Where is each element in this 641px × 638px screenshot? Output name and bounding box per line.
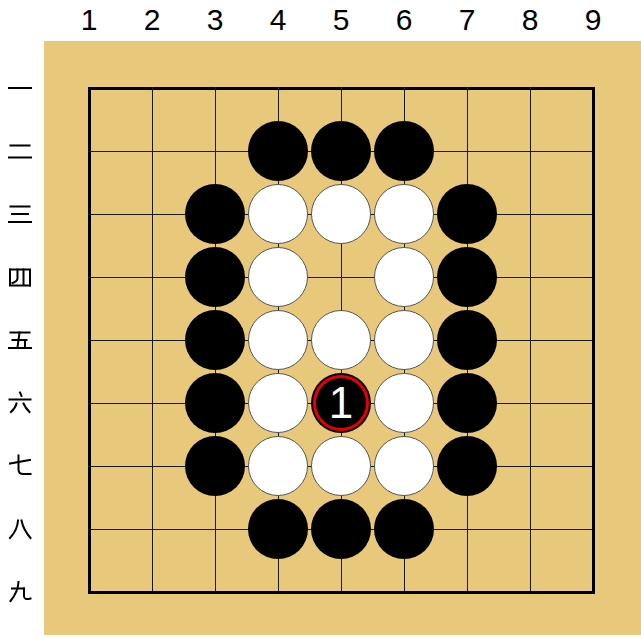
cjk-numeral-icon <box>7 264 33 290</box>
white-stone <box>374 310 434 370</box>
white-stone <box>311 184 371 244</box>
grid-lines: 1 <box>89 88 593 592</box>
white-stone <box>248 310 308 370</box>
column-label-3: 3 <box>193 3 237 37</box>
black-stone <box>185 373 245 433</box>
move-number-label: 1 <box>329 381 353 425</box>
row-label-9 <box>7 579 33 605</box>
row-label-3 <box>7 201 33 227</box>
row-label-8 <box>7 516 33 542</box>
white-stone <box>374 247 434 307</box>
go-problem-page: { "game": "go", "board_size": 9, "diagra… <box>0 0 641 638</box>
column-label-7: 7 <box>445 3 489 37</box>
cjk-numeral-icon <box>7 579 33 605</box>
black-stone <box>248 499 308 559</box>
column-label-4: 4 <box>256 3 300 37</box>
cjk-numeral-icon <box>7 390 33 416</box>
black-stone <box>185 184 245 244</box>
column-label-6: 6 <box>382 3 426 37</box>
black-stone <box>437 247 497 307</box>
cjk-numeral-icon <box>7 138 33 164</box>
black-stone <box>185 436 245 496</box>
cjk-numeral-icon <box>7 201 33 227</box>
white-stone <box>374 436 434 496</box>
row-label-4 <box>7 264 33 290</box>
white-stone <box>248 436 308 496</box>
black-stone <box>374 499 434 559</box>
white-stone <box>248 247 308 307</box>
cjk-numeral-icon <box>7 453 33 479</box>
black-stone <box>248 121 308 181</box>
row-label-1 <box>7 75 33 101</box>
white-stone <box>248 184 308 244</box>
black-stone <box>437 373 497 433</box>
cjk-numeral-icon <box>7 75 33 101</box>
grid-horizontal-line <box>88 591 595 594</box>
cjk-numeral-icon <box>7 516 33 542</box>
black-stone <box>311 121 371 181</box>
white-stone <box>374 184 434 244</box>
row-label-2 <box>7 138 33 164</box>
black-stone <box>185 247 245 307</box>
row-label-7 <box>7 453 33 479</box>
black-stone <box>437 436 497 496</box>
column-label-1: 1 <box>67 3 111 37</box>
black-stone <box>437 184 497 244</box>
white-stone <box>311 436 371 496</box>
white-stone <box>311 310 371 370</box>
column-label-8: 8 <box>508 3 552 37</box>
white-stone <box>374 373 434 433</box>
column-label-9: 9 <box>571 3 615 37</box>
black-stone <box>185 310 245 370</box>
black-stone <box>311 499 371 559</box>
grid-vertical-line <box>592 87 595 594</box>
black-stone <box>437 310 497 370</box>
column-label-5: 5 <box>319 3 363 37</box>
black-stone <box>374 121 434 181</box>
marked-black-stone-move-1: 1 <box>311 373 371 433</box>
row-label-6 <box>7 390 33 416</box>
grid-vertical-line <box>530 87 531 594</box>
white-stone <box>248 373 308 433</box>
row-label-5 <box>7 327 33 353</box>
goban-board[interactable]: 1 <box>44 41 641 635</box>
column-label-2: 2 <box>130 3 174 37</box>
cjk-numeral-icon <box>7 327 33 353</box>
